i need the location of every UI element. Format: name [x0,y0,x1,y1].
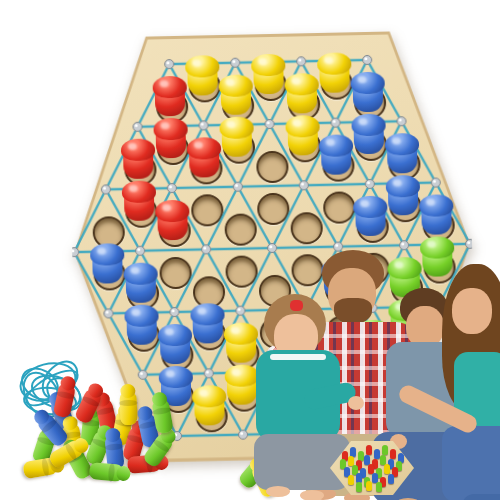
rubber-band[interactable] [177,435,243,436]
metal-pin [365,179,374,188]
metal-pin [170,307,179,316]
daughter-foot [300,490,324,500]
mini-peg-green [376,482,382,492]
mini-peg-green [356,482,362,492]
rubber-band[interactable] [304,184,370,185]
daughter-collar [270,354,326,360]
mother-face [452,288,492,334]
metal-pin [202,245,211,254]
rubber-band[interactable] [140,249,206,250]
peg-red[interactable] [189,140,220,178]
metal-pin [199,121,208,130]
daughter-red-hairclip [290,300,303,311]
metal-pin [431,178,440,187]
metal-pin [236,306,245,315]
mother-jeans [442,426,500,500]
rubber-band[interactable] [73,189,107,252]
mini-peg-red [366,445,372,455]
metal-pin [136,246,145,255]
loose-peg-yellow[interactable] [119,391,137,426]
mini-peg-red [390,449,396,459]
metal-pin [204,369,213,378]
metal-pin [138,370,147,379]
metal-pin [238,430,247,439]
peg-red[interactable] [155,79,186,117]
peg-blue[interactable] [388,178,419,216]
mini-peg-green [382,445,388,455]
loose-peg-green[interactable] [89,462,124,482]
daughter-hand [348,396,364,410]
product-photo-root: { "game": "Triggle — chain-reaction rubb… [0,0,500,500]
peg-yellow[interactable] [221,78,252,116]
peg-yellow[interactable] [287,118,318,156]
peg-blue[interactable] [192,306,223,344]
mini-peg-blue [388,474,394,484]
metal-pin [265,119,274,128]
peg-yellow[interactable] [187,58,218,96]
daughter-foot [266,486,290,497]
peg-red[interactable] [124,183,155,221]
mini-peg-yellow [384,464,390,474]
peg-yellow[interactable] [319,55,350,93]
peg-blue[interactable] [92,246,123,284]
rubber-band[interactable] [238,185,304,186]
metal-pin [133,122,142,131]
peg-blue[interactable] [125,266,156,304]
peg-blue[interactable] [321,138,352,176]
rubber-band[interactable] [205,187,239,250]
metal-pin [165,60,174,69]
rubber-band[interactable] [172,187,238,188]
peg-yellow[interactable] [253,56,284,94]
peg-red[interactable] [155,120,186,158]
peg-blue[interactable] [421,198,452,236]
mother-leg [462,494,500,500]
peg-red[interactable] [157,203,188,241]
peg-yellow[interactable] [287,76,318,114]
peg-blue[interactable] [126,307,157,345]
peg-yellow[interactable] [221,119,252,157]
peg-blue[interactable] [387,136,418,174]
peg-blue[interactable] [353,75,384,113]
metal-pin [70,248,79,257]
mini-peg-yellow [366,481,372,491]
peg-blue[interactable] [355,199,386,237]
mini-peg-yellow [348,475,354,485]
metal-pin [167,183,176,192]
peg-yellow[interactable] [194,388,225,426]
father-beard [334,298,372,324]
rubber-band[interactable] [206,249,240,312]
peg-blue[interactable] [160,327,191,365]
metal-pin [331,118,340,127]
metal-pin [233,182,242,191]
peg-red[interactable] [123,142,154,180]
metal-pin [231,58,240,67]
metal-pin [297,57,306,66]
metal-pin [101,185,110,194]
metal-pin [363,55,372,64]
metal-pin [397,117,406,126]
metal-pin [299,181,308,190]
peg-blue[interactable] [353,116,384,154]
rubber-band[interactable] [173,249,207,312]
metal-pin [104,309,113,318]
